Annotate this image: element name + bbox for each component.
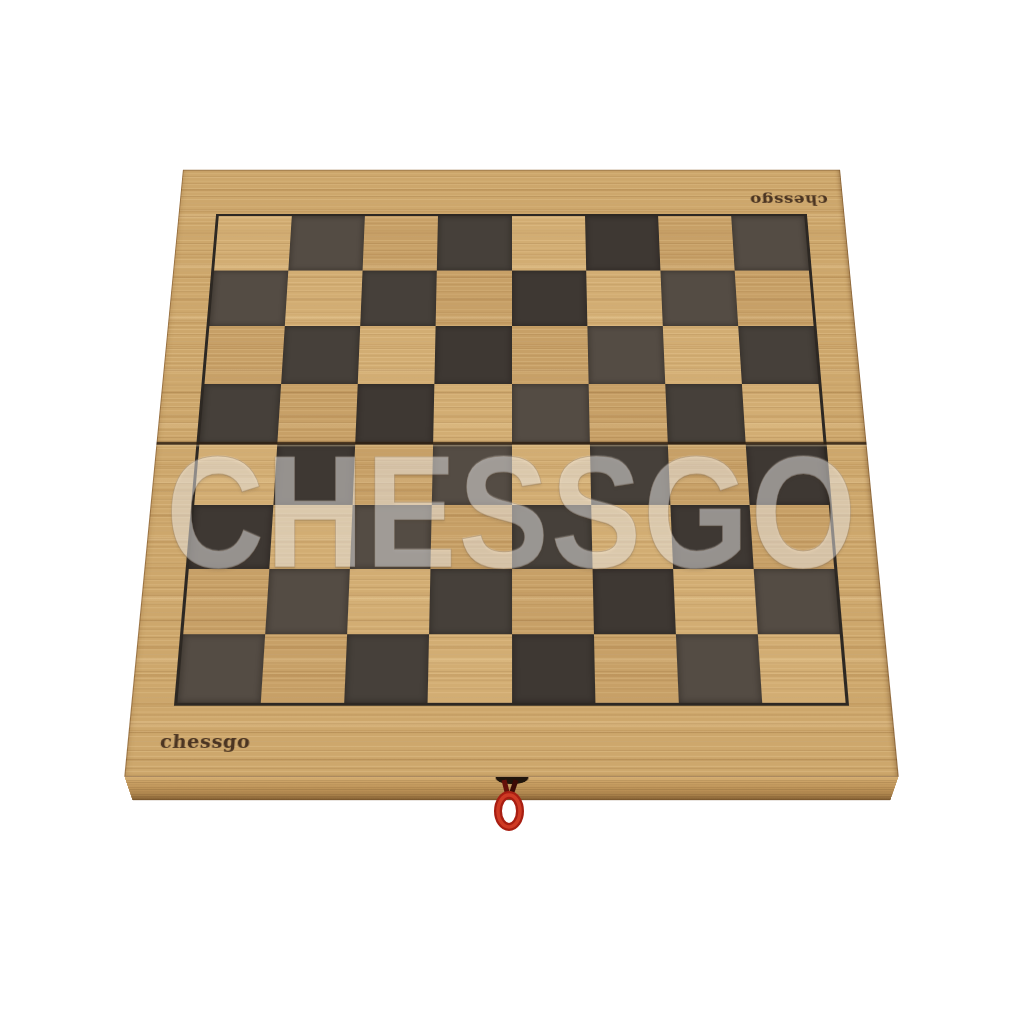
square-h6 [738,326,818,384]
square-c8 [363,216,438,270]
clasp-loop-icon [491,779,527,833]
square-g2 [673,569,758,635]
square-d4 [432,443,511,505]
square-d2 [429,569,511,635]
square-h5 [742,384,824,444]
square-g4 [668,443,750,505]
square-e3 [512,505,593,569]
square-d6 [435,326,512,384]
square-c7 [360,270,437,326]
square-c1 [344,635,429,703]
square-g5 [665,384,746,444]
square-d8 [437,216,511,270]
chessboard-grid [174,214,849,706]
square-b2 [265,569,350,635]
square-b4 [274,443,356,505]
square-a5 [199,384,281,444]
square-e8 [512,216,586,270]
square-f7 [586,270,663,326]
square-f3 [591,505,673,569]
square-b7 [285,270,363,326]
square-c6 [358,326,436,384]
square-a6 [204,326,284,384]
square-a7 [209,270,288,326]
square-h8 [731,216,809,270]
square-f8 [585,216,660,270]
square-e6 [512,326,589,384]
square-d5 [433,384,511,444]
square-b5 [277,384,358,444]
square-a8 [214,216,292,270]
square-a3 [189,505,274,569]
square-e2 [512,569,594,635]
square-h3 [749,505,834,569]
square-b6 [281,326,360,384]
square-f1 [594,635,679,703]
square-h4 [746,443,829,505]
board-top-surface: chessgo chessgo [124,170,898,777]
square-f5 [588,384,667,444]
square-e5 [512,384,590,444]
square-a4 [194,443,277,505]
square-e7 [512,270,588,326]
chessboard-scene: chessgo chessgo [156,93,867,804]
square-e1 [512,635,596,703]
square-h7 [735,270,814,326]
square-g1 [676,635,762,703]
square-g6 [663,326,742,384]
square-f6 [587,326,665,384]
square-c4 [353,443,434,505]
square-c5 [355,384,434,444]
square-g7 [660,270,738,326]
fold-seam [156,442,866,445]
square-d7 [436,270,512,326]
brand-logo-bottom-left: chessgo [159,733,251,751]
square-c3 [350,505,432,569]
square-b1 [261,635,347,703]
square-c2 [347,569,430,635]
square-h1 [758,635,846,703]
square-g3 [670,505,753,569]
square-f4 [590,443,671,505]
square-b8 [288,216,365,270]
square-h2 [754,569,840,635]
square-a1 [177,635,265,703]
folding-chessboard: chessgo chessgo [124,170,898,777]
square-e4 [512,443,591,505]
square-d3 [431,505,512,569]
square-d1 [428,635,512,703]
square-b3 [269,505,352,569]
product-photo: chessgo chessgo CHESSGO [0,0,1024,1024]
square-a2 [183,569,269,635]
brand-logo-top-right: chessgo [749,193,828,206]
square-g8 [658,216,735,270]
square-f2 [592,569,675,635]
